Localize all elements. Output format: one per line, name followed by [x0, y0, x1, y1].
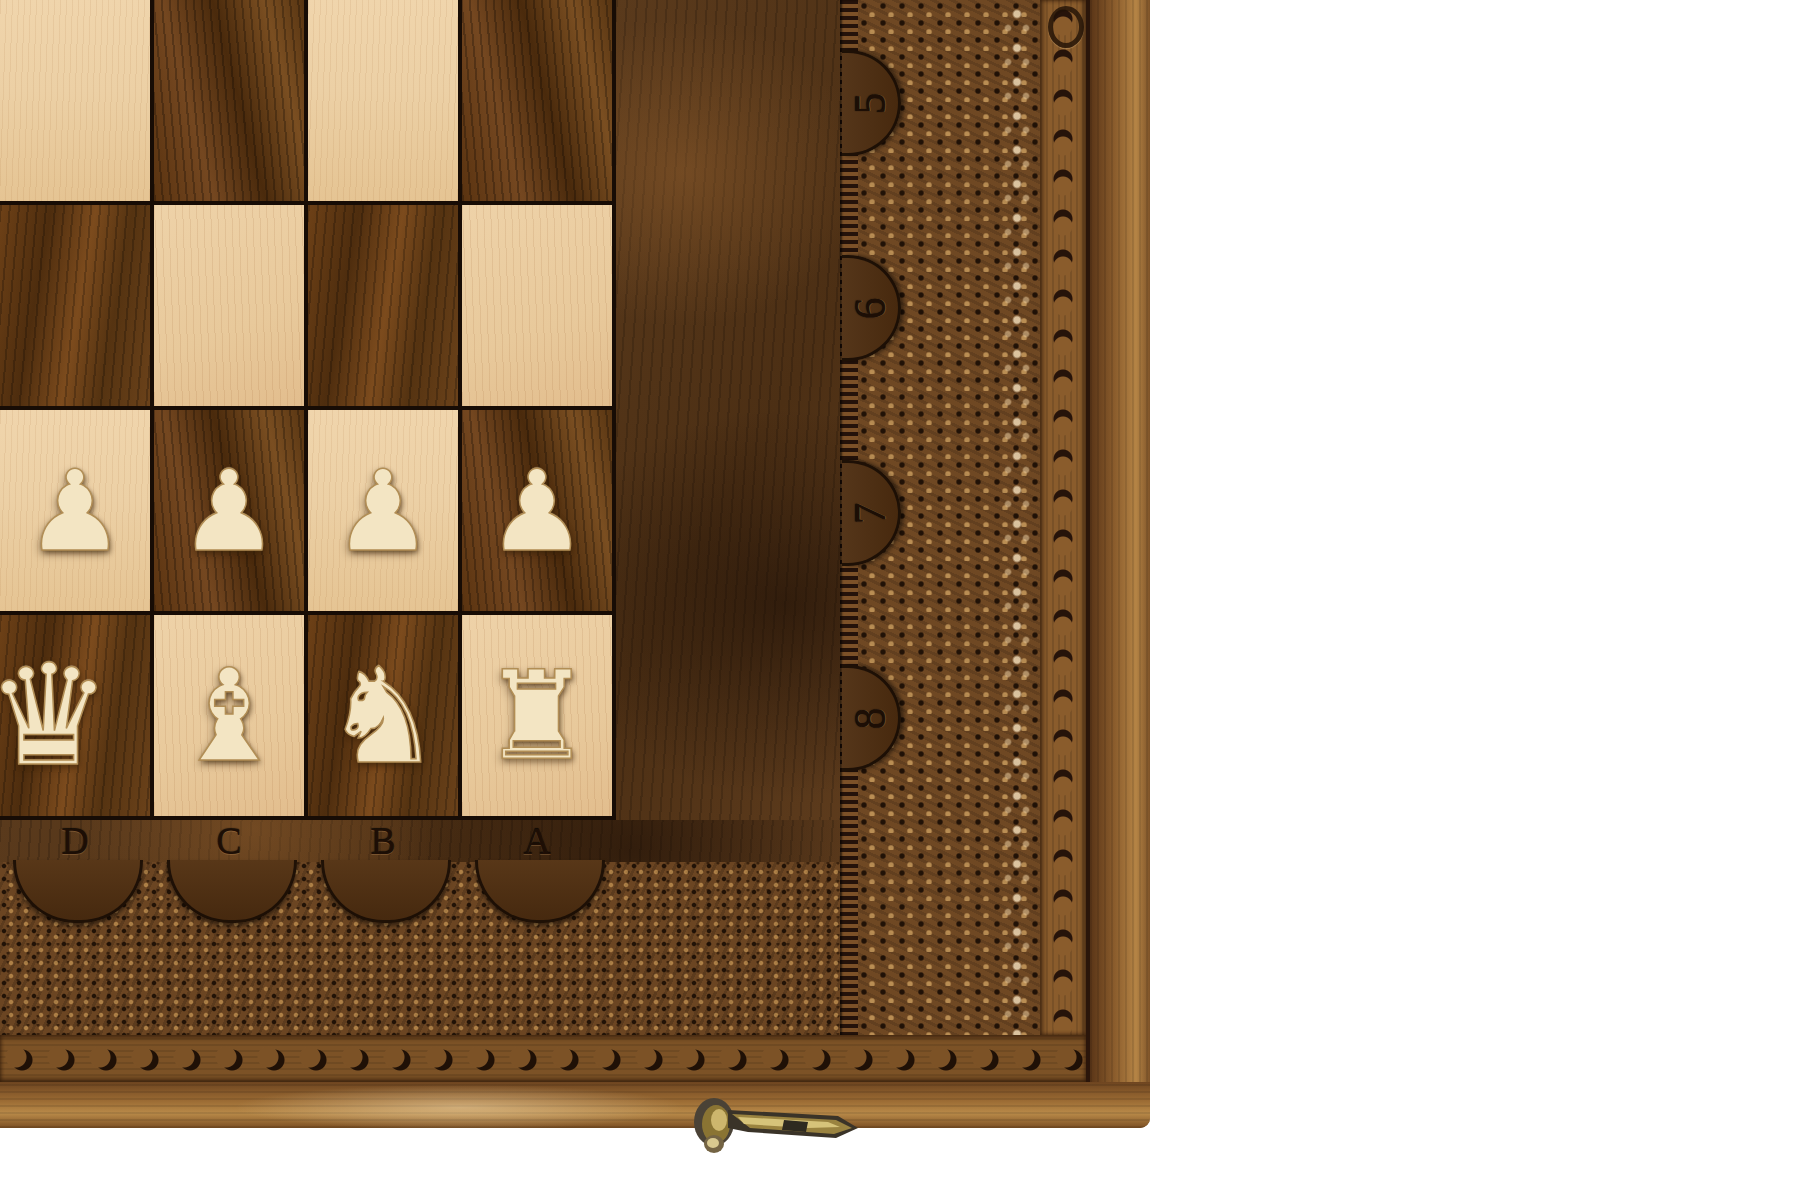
file-label-c: C — [154, 818, 304, 864]
square-c7[interactable]: ♟ — [154, 410, 304, 611]
square-c6[interactable] — [154, 205, 304, 406]
rank-label-6: 6 — [845, 297, 896, 319]
file-label-b: B — [308, 818, 458, 864]
square-d7[interactable]: ♟ — [0, 410, 150, 611]
piece-white-rook-a8[interactable]: ♜ — [482, 655, 591, 777]
chess-box: ♟♟♟♟♛♝♞♜ D C B A 5 6 7 8 — [0, 0, 1150, 1128]
square-a5[interactable] — [462, 0, 612, 201]
rank-label-7: 7 — [845, 502, 896, 524]
piece-white-bishop-c8[interactable]: ♝ — [172, 652, 287, 780]
board: ♟♟♟♟♛♝♞♜ — [0, 0, 616, 820]
bead-column-right — [1040, 0, 1086, 1035]
rank-label-5: 5 — [845, 92, 896, 114]
piece-white-pawn-b7[interactable]: ♟ — [333, 455, 433, 567]
rank-label-8: 8 — [845, 707, 896, 729]
carved-ring-ornament — [1048, 6, 1084, 48]
outer-edge-bottom — [0, 1082, 1150, 1128]
square-d6[interactable] — [0, 205, 150, 406]
outer-edge-right — [1086, 0, 1150, 1128]
file-label-d: D — [0, 818, 150, 864]
square-b7[interactable]: ♟ — [308, 410, 458, 611]
file-label-a: A — [462, 818, 612, 864]
piece-white-pawn-c7[interactable]: ♟ — [179, 455, 279, 567]
square-b6[interactable] — [308, 205, 458, 406]
square-b8[interactable]: ♞ — [308, 615, 458, 816]
piece-white-pawn-d7[interactable]: ♟ — [25, 455, 125, 567]
piece-white-knight-b8[interactable]: ♞ — [324, 650, 442, 782]
square-c5[interactable] — [154, 0, 304, 201]
square-d5[interactable] — [0, 0, 150, 201]
square-a6[interactable] — [462, 205, 612, 406]
square-a7[interactable]: ♟ — [462, 410, 612, 611]
square-c8[interactable]: ♝ — [154, 615, 304, 816]
square-a8[interactable]: ♜ — [462, 615, 612, 816]
piece-white-pawn-a7[interactable]: ♟ — [487, 455, 587, 567]
photo-background: ♟♟♟♟♛♝♞♜ D C B A 5 6 7 8 — [0, 0, 1799, 1200]
square-d8[interactable]: ♛ — [0, 615, 150, 816]
frame-right-panel — [616, 0, 842, 862]
piece-white-queen-d8[interactable]: ♛ — [0, 646, 112, 786]
bead-row-bottom — [0, 1035, 1086, 1082]
brass-latch-icon — [688, 1094, 864, 1158]
square-b5[interactable] — [308, 0, 458, 201]
